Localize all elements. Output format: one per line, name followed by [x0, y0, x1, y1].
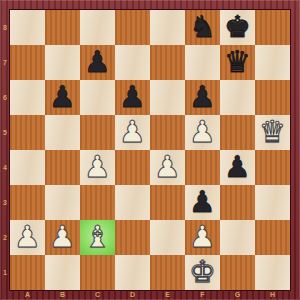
square-f1[interactable]: ♚ [185, 255, 220, 290]
file-label-e: E [150, 290, 185, 300]
square-a7[interactable] [10, 45, 45, 80]
square-g6[interactable] [220, 80, 255, 115]
square-c8[interactable] [80, 10, 115, 45]
file-label-f: F [185, 290, 220, 300]
white-king[interactable]: ♚ [185, 255, 220, 290]
square-h6[interactable] [255, 80, 290, 115]
square-d5[interactable]: ♟ [115, 115, 150, 150]
white-bishop[interactable]: ♝ [80, 220, 115, 255]
square-c2[interactable]: ♝ [80, 220, 115, 255]
square-d6[interactable]: ♟ [115, 80, 150, 115]
square-a5[interactable] [10, 115, 45, 150]
square-h2[interactable] [255, 220, 290, 255]
square-f4[interactable] [185, 150, 220, 185]
file-label-g: G [220, 290, 255, 300]
file-label-c: C [80, 290, 115, 300]
rank-label-2: 2 [0, 220, 10, 255]
square-c7[interactable]: ♟ [80, 45, 115, 80]
square-h3[interactable] [255, 185, 290, 220]
black-pawn[interactable]: ♟ [45, 80, 80, 115]
chess-board-frame: ♞♚♟♛♟♟♟♟♟♛♟♟♟♟♟♟♝♟♚ 87654321ABCDEFGH [0, 0, 300, 300]
square-c4[interactable]: ♟ [80, 150, 115, 185]
square-b4[interactable] [45, 150, 80, 185]
square-b5[interactable] [45, 115, 80, 150]
square-g4[interactable]: ♟ [220, 150, 255, 185]
black-pawn[interactable]: ♟ [80, 45, 115, 80]
file-label-b: B [45, 290, 80, 300]
square-g5[interactable] [220, 115, 255, 150]
square-e4[interactable]: ♟ [150, 150, 185, 185]
square-e2[interactable] [150, 220, 185, 255]
white-pawn[interactable]: ♟ [115, 115, 150, 150]
black-knight[interactable]: ♞ [185, 10, 220, 45]
square-b2[interactable]: ♟ [45, 220, 80, 255]
square-f8[interactable]: ♞ [185, 10, 220, 45]
square-e1[interactable] [150, 255, 185, 290]
square-a2[interactable]: ♟ [10, 220, 45, 255]
square-e3[interactable] [150, 185, 185, 220]
white-pawn[interactable]: ♟ [150, 150, 185, 185]
black-king[interactable]: ♚ [220, 10, 255, 45]
file-label-d: D [115, 290, 150, 300]
square-g1[interactable] [220, 255, 255, 290]
square-h8[interactable] [255, 10, 290, 45]
black-queen[interactable]: ♛ [220, 45, 255, 80]
square-c5[interactable] [80, 115, 115, 150]
square-d3[interactable] [115, 185, 150, 220]
black-pawn[interactable]: ♟ [185, 80, 220, 115]
square-c3[interactable] [80, 185, 115, 220]
file-label-a: A [10, 290, 45, 300]
rank-label-6: 6 [0, 80, 10, 115]
square-b8[interactable] [45, 10, 80, 45]
square-d8[interactable] [115, 10, 150, 45]
square-h1[interactable] [255, 255, 290, 290]
black-pawn[interactable]: ♟ [185, 185, 220, 220]
rank-label-3: 3 [0, 185, 10, 220]
square-f6[interactable]: ♟ [185, 80, 220, 115]
black-pawn[interactable]: ♟ [220, 150, 255, 185]
rank-label-5: 5 [0, 115, 10, 150]
square-h7[interactable] [255, 45, 290, 80]
square-g2[interactable] [220, 220, 255, 255]
file-label-h: H [255, 290, 290, 300]
square-e5[interactable] [150, 115, 185, 150]
square-h5[interactable]: ♛ [255, 115, 290, 150]
square-d1[interactable] [115, 255, 150, 290]
square-f5[interactable]: ♟ [185, 115, 220, 150]
black-pawn[interactable]: ♟ [115, 80, 150, 115]
square-f3[interactable]: ♟ [185, 185, 220, 220]
square-b7[interactable] [45, 45, 80, 80]
square-c6[interactable] [80, 80, 115, 115]
square-a3[interactable] [10, 185, 45, 220]
square-c1[interactable] [80, 255, 115, 290]
square-d2[interactable] [115, 220, 150, 255]
square-b6[interactable]: ♟ [45, 80, 80, 115]
rank-label-8: 8 [0, 10, 10, 45]
square-g8[interactable]: ♚ [220, 10, 255, 45]
square-d4[interactable] [115, 150, 150, 185]
square-a4[interactable] [10, 150, 45, 185]
white-pawn[interactable]: ♟ [185, 115, 220, 150]
rank-label-7: 7 [0, 45, 10, 80]
square-g7[interactable]: ♛ [220, 45, 255, 80]
square-d7[interactable] [115, 45, 150, 80]
square-b3[interactable] [45, 185, 80, 220]
white-queen[interactable]: ♛ [255, 115, 290, 150]
square-e7[interactable] [150, 45, 185, 80]
square-f2[interactable]: ♟ [185, 220, 220, 255]
rank-label-1: 1 [0, 255, 10, 290]
square-b1[interactable] [45, 255, 80, 290]
square-h4[interactable] [255, 150, 290, 185]
square-g3[interactable] [220, 185, 255, 220]
chess-board: ♞♚♟♛♟♟♟♟♟♛♟♟♟♟♟♟♝♟♚ [10, 10, 290, 290]
square-e6[interactable] [150, 80, 185, 115]
white-pawn[interactable]: ♟ [10, 220, 45, 255]
square-a1[interactable] [10, 255, 45, 290]
square-e8[interactable] [150, 10, 185, 45]
square-a6[interactable] [10, 80, 45, 115]
white-pawn[interactable]: ♟ [185, 220, 220, 255]
square-a8[interactable] [10, 10, 45, 45]
square-f7[interactable] [185, 45, 220, 80]
white-pawn[interactable]: ♟ [45, 220, 80, 255]
white-pawn[interactable]: ♟ [80, 150, 115, 185]
rank-label-4: 4 [0, 150, 10, 185]
